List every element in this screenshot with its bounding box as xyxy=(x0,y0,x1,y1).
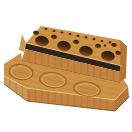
tool-hole-small xyxy=(77,35,80,37)
tool-hole-small xyxy=(101,40,104,42)
tool-hole-small xyxy=(109,41,112,43)
tool-hole-small xyxy=(104,44,107,46)
tool-hole-small xyxy=(93,38,96,40)
tool-hole-small xyxy=(69,33,72,35)
tool-hole-small xyxy=(85,36,88,38)
tool-hole-small xyxy=(53,30,56,32)
product-photo xyxy=(0,0,132,132)
tool-hole-small xyxy=(45,28,48,30)
tier-right-end-face xyxy=(120,40,127,82)
tool-hole-small xyxy=(61,31,64,33)
organizer-illustration xyxy=(0,0,132,132)
